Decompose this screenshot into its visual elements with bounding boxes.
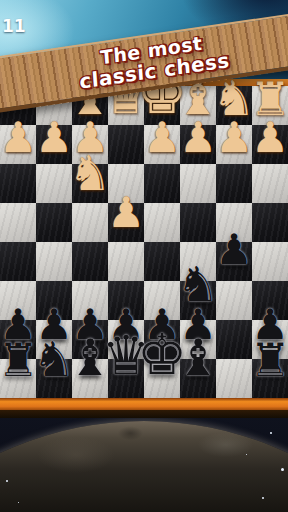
board-frame-shadow (0, 410, 288, 418)
captured-pieces-tray: 0♟0♞0♝ 0♟0♞0♝0♜0♛ (0, 420, 288, 490)
white-pawn[interactable]: ♟ (102, 164, 150, 234)
board-square[interactable] (0, 164, 36, 203)
white-pawn[interactable]: ♟ (246, 89, 288, 159)
star (18, 502, 19, 503)
board-frame-bottom (0, 398, 288, 410)
board-square[interactable] (36, 203, 72, 242)
star (262, 497, 264, 499)
board-square[interactable] (216, 164, 252, 203)
board-square[interactable] (252, 164, 288, 203)
corner-number: 11 (2, 16, 26, 36)
board-square[interactable] (180, 164, 216, 203)
black-rook[interactable]: ♜ (246, 313, 288, 383)
black-bishop[interactable]: ♝ (174, 313, 222, 383)
board-square[interactable] (0, 203, 36, 242)
